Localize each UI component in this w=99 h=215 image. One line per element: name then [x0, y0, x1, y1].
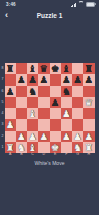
black-bishop-piece: ♝ — [62, 63, 71, 74]
white-pawn-piece: ♟ — [62, 108, 71, 119]
file-label-g: G — [72, 152, 83, 156]
square-c2[interactable]: ♟ — [27, 131, 38, 142]
square-d6[interactable] — [38, 86, 49, 97]
white-pawn-piece: ♟ — [6, 119, 15, 130]
square-d2[interactable]: ♟ — [38, 131, 49, 142]
cellular-signal-icon — [71, 3, 77, 7]
square-d4[interactable] — [38, 108, 49, 119]
square-h2[interactable]: ♟ — [83, 131, 94, 142]
black-pawn-piece: ♟ — [51, 97, 60, 108]
turn-indicator: White's Move — [0, 160, 99, 166]
nav-bar: ‹ Puzzle 1 — [0, 9, 99, 22]
square-g4[interactable] — [72, 108, 83, 119]
square-c8[interactable]: ♝ — [27, 63, 38, 74]
square-a4[interactable] — [5, 108, 16, 119]
square-f2[interactable]: ♟ — [61, 131, 72, 142]
square-e6[interactable] — [50, 86, 61, 97]
square-f7[interactable]: ♟ — [61, 74, 72, 85]
black-pawn-piece: ♟ — [17, 74, 26, 85]
file-labels: ABCDEFGH — [5, 152, 95, 156]
white-pawn-piece: ♟ — [62, 131, 71, 142]
square-h3[interactable] — [83, 119, 94, 130]
file-label-f: F — [61, 152, 72, 156]
square-e3[interactable] — [50, 119, 61, 130]
square-a7[interactable] — [5, 74, 16, 85]
black-pawn-piece: ♟ — [62, 74, 71, 85]
black-rook-piece: ♜ — [85, 63, 94, 74]
black-bishop-piece: ♝ — [28, 63, 37, 74]
square-e7[interactable] — [50, 74, 61, 85]
square-g2[interactable]: ♟ — [72, 131, 83, 142]
square-b6[interactable] — [16, 86, 27, 97]
square-g8[interactable] — [72, 63, 83, 74]
page-title: Puzzle 1 — [0, 12, 99, 19]
white-queen-piece: ♛ — [85, 97, 94, 108]
chess-board: ♜♝♛♚♝♜♟♟♟♟♟♟♟♞♞♟♛♝♟♟♟♟♟♟♟♟♜♞♝♚♞♜ — [5, 63, 95, 153]
square-d3[interactable] — [38, 119, 49, 130]
white-pawn-piece: ♟ — [85, 131, 94, 142]
square-c3[interactable] — [27, 119, 38, 130]
black-king-piece: ♚ — [51, 63, 60, 74]
square-g3[interactable] — [72, 119, 83, 130]
black-pawn-piece: ♟ — [28, 74, 37, 85]
black-rook-piece: ♜ — [6, 63, 15, 74]
square-a8[interactable]: ♜ — [5, 63, 16, 74]
square-h5[interactable]: ♛ — [83, 97, 94, 108]
white-bishop-piece: ♝ — [28, 108, 37, 119]
square-f3[interactable] — [61, 119, 72, 130]
file-label-a: A — [5, 152, 16, 156]
battery-icon — [86, 2, 95, 7]
square-b8[interactable] — [16, 63, 27, 74]
square-c5[interactable] — [27, 97, 38, 108]
square-h7[interactable]: ♟ — [83, 74, 94, 85]
wifi-icon — [78, 1, 84, 7]
square-g5[interactable] — [72, 97, 83, 108]
square-c4[interactable]: ♝ — [27, 108, 38, 119]
square-a6[interactable]: ♟ — [5, 86, 16, 97]
black-pawn-piece: ♟ — [73, 74, 82, 85]
square-a3[interactable]: ♟ — [5, 119, 16, 130]
square-b2[interactable]: ♟ — [16, 131, 27, 142]
file-label-d: D — [38, 152, 49, 156]
white-pawn-piece: ♟ — [73, 131, 82, 142]
white-pawn-piece: ♟ — [17, 131, 26, 142]
square-h4[interactable] — [83, 108, 94, 119]
app-screen: 3:46 ‹ Puzzle 1 87654321 ♜♝♛♚♝♜♟♟♟♟♟♟♟♞♞… — [0, 0, 99, 215]
square-g6[interactable] — [72, 86, 83, 97]
black-pawn-piece: ♟ — [40, 74, 49, 85]
black-pawn-piece: ♟ — [85, 74, 94, 85]
square-b5[interactable] — [16, 97, 27, 108]
square-d7[interactable]: ♟ — [38, 74, 49, 85]
square-f6[interactable]: ♞ — [61, 86, 72, 97]
square-h8[interactable]: ♜ — [83, 63, 94, 74]
square-b3[interactable] — [16, 119, 27, 130]
square-g7[interactable]: ♟ — [72, 74, 83, 85]
file-label-b: B — [16, 152, 27, 156]
file-label-h: H — [83, 152, 94, 156]
black-knight-piece: ♞ — [28, 86, 37, 97]
square-a2[interactable] — [5, 131, 16, 142]
white-pawn-piece: ♟ — [28, 131, 37, 142]
square-e4[interactable] — [50, 108, 61, 119]
square-f8[interactable]: ♝ — [61, 63, 72, 74]
square-c7[interactable]: ♟ — [27, 74, 38, 85]
file-label-c: C — [27, 152, 38, 156]
clock-time: 3:46 — [6, 2, 16, 7]
white-pawn-piece: ♟ — [40, 131, 49, 142]
square-d5[interactable] — [38, 97, 49, 108]
square-e8[interactable]: ♚ — [50, 63, 61, 74]
square-e2[interactable] — [50, 131, 61, 142]
square-f5[interactable] — [61, 97, 72, 108]
square-a5[interactable] — [5, 97, 16, 108]
black-queen-piece: ♛ — [40, 63, 49, 74]
file-label-e: E — [50, 152, 61, 156]
status-icons — [71, 3, 96, 7]
square-f4[interactable]: ♟ — [61, 108, 72, 119]
square-d8[interactable]: ♛ — [38, 63, 49, 74]
square-h6[interactable] — [83, 86, 94, 97]
square-e5[interactable]: ♟ — [50, 97, 61, 108]
black-knight-piece: ♞ — [62, 86, 71, 97]
square-c6[interactable]: ♞ — [27, 86, 38, 97]
black-pawn-piece: ♟ — [6, 86, 15, 97]
square-b4[interactable] — [16, 108, 27, 119]
square-b7[interactable]: ♟ — [16, 74, 27, 85]
